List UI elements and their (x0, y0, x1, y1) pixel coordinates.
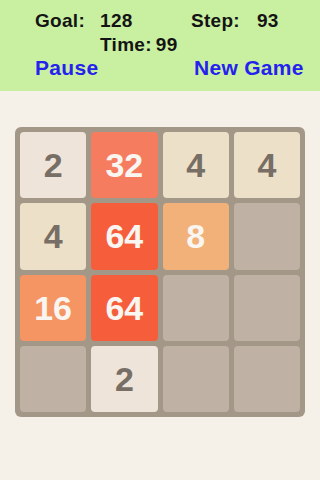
empty-cell (20, 346, 86, 412)
time-value: 99 (156, 34, 178, 55)
tile-4: 4 (163, 132, 229, 198)
board-4x4[interactable]: 23244464816642 (15, 127, 305, 417)
step-display: Step:93 (191, 10, 279, 32)
tile-4: 4 (234, 132, 300, 198)
tile-16: 16 (20, 275, 86, 341)
time-display: Time:99 (100, 34, 178, 56)
pause-button[interactable]: Pause (35, 56, 98, 80)
new-game-button[interactable]: New Game (194, 56, 304, 80)
empty-cell (234, 203, 300, 269)
empty-cell (234, 346, 300, 412)
time-label: Time: (100, 34, 152, 55)
empty-cell (163, 275, 229, 341)
step-label: Step: (191, 10, 240, 31)
goal-label: Goal: (35, 10, 85, 31)
status-bar: Goal:128 Step:93 Time:99 Pause New Game (0, 0, 320, 91)
tile-32: 32 (91, 132, 157, 198)
empty-cell (163, 346, 229, 412)
tile-64: 64 (91, 203, 157, 269)
goal-value: 128 (100, 10, 133, 31)
empty-cell (234, 275, 300, 341)
tile-64: 64 (91, 275, 157, 341)
step-value: 93 (257, 10, 279, 31)
tile-2: 2 (20, 132, 86, 198)
game-screen: Goal:128 Step:93 Time:99 Pause New Game … (0, 0, 320, 480)
goal-display: Goal:128 (35, 10, 133, 32)
tile-8: 8 (163, 203, 229, 269)
tile-4: 4 (20, 203, 86, 269)
tile-2: 2 (91, 346, 157, 412)
